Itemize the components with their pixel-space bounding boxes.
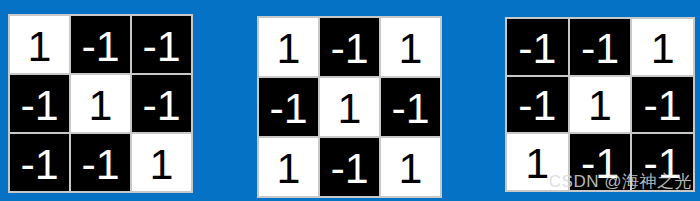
matrix-grid-1: 1-1-1-11-1-1-11 — [8, 14, 193, 193]
matrix-cell: -1 — [132, 16, 191, 73]
figure-background: 1-1-1-11-1-1-11 1-11-11-11-11 -1-11-11-1… — [0, 0, 700, 201]
matrix-cell: 1 — [570, 77, 631, 133]
matrix-grid-3: -1-11-11-11-1-1 — [505, 17, 695, 192]
matrix-cell: -1 — [10, 134, 69, 191]
matrix-cell: -1 — [320, 138, 379, 196]
matrix-cell: 1 — [381, 138, 440, 196]
matrix-cell: 1 — [10, 16, 69, 73]
matrix-cell: 1 — [381, 18, 440, 76]
matrix-cell: -1 — [570, 19, 631, 75]
matrix-cell: -1 — [259, 78, 318, 136]
matrix-cell: -1 — [507, 19, 568, 75]
watermark-text: CSDN @海神之光 — [549, 170, 692, 193]
matrix-cell: 1 — [71, 75, 130, 132]
matrix-cell: -1 — [10, 75, 69, 132]
matrix-cell: -1 — [71, 134, 130, 191]
matrix-cell: 1 — [632, 19, 693, 75]
matrix-cell: -1 — [507, 77, 568, 133]
matrix-cell: 1 — [320, 78, 379, 136]
matrix-cell: -1 — [71, 16, 130, 73]
matrix-cell: -1 — [381, 78, 440, 136]
matrix-cell: -1 — [320, 18, 379, 76]
matrix-grid-2: 1-11-11-11-11 — [257, 16, 442, 198]
matrix-cell: -1 — [632, 77, 693, 133]
matrix-cell: -1 — [132, 75, 191, 132]
matrix-cell: 1 — [259, 138, 318, 196]
matrix-cell: 1 — [132, 134, 191, 191]
matrix-cell: 1 — [259, 18, 318, 76]
